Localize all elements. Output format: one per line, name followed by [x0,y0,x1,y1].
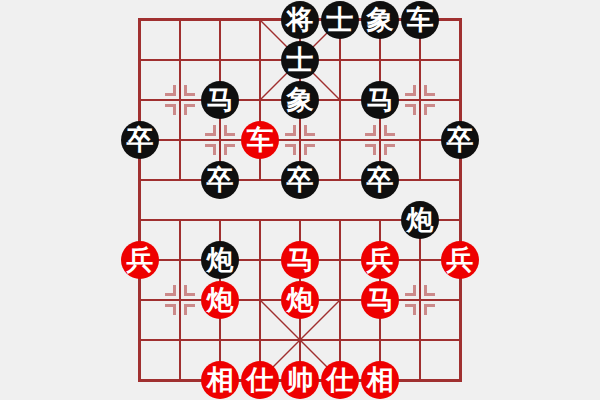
marker-bracket [184,104,195,115]
piece-red-horse[interactable]: 马 [361,281,399,319]
piece-red-horse[interactable]: 马 [281,241,319,279]
piece-red-soldier[interactable]: 兵 [361,241,399,279]
piece-red-cannon[interactable]: 炮 [201,281,239,319]
piece-black-cannon[interactable]: 炮 [201,241,239,279]
piece-red-advisor[interactable]: 仕 [321,361,359,399]
piece-black-soldier[interactable]: 卒 [361,161,399,199]
marker-bracket [304,125,315,136]
piece-black-soldier[interactable]: 卒 [121,121,159,159]
marker-bracket [424,104,435,115]
piece-black-elephant[interactable]: 象 [361,1,399,39]
marker-bracket [405,304,416,315]
piece-black-chariot[interactable]: 车 [401,1,439,39]
piece-red-soldier[interactable]: 兵 [121,241,159,279]
marker-bracket [424,85,435,96]
marker-bracket [165,304,176,315]
marker-bracket [365,144,376,155]
marker-bracket [365,125,376,136]
marker-bracket [165,85,176,96]
marker-bracket [424,285,435,296]
piece-red-general[interactable]: 帅 [281,361,319,399]
piece-black-advisor[interactable]: 士 [281,41,319,79]
marker-bracket [285,125,296,136]
piece-red-soldier[interactable]: 兵 [441,241,479,279]
marker-bracket [165,285,176,296]
marker-bracket [405,285,416,296]
marker-bracket [384,125,395,136]
marker-bracket [184,85,195,96]
piece-black-general[interactable]: 将 [281,1,319,39]
marker-bracket [384,144,395,155]
piece-black-advisor[interactable]: 士 [321,1,359,39]
marker-bracket [205,144,216,155]
piece-red-elephant[interactable]: 相 [361,361,399,399]
piece-red-advisor[interactable]: 仕 [241,361,279,399]
marker-bracket [405,104,416,115]
xiangqi-board: 将士象车士马象马卒车卒卒卒卒炮兵炮马兵兵炮炮马相仕帅仕相 [0,0,600,400]
marker-bracket [205,125,216,136]
marker-bracket [424,304,435,315]
piece-black-horse[interactable]: 马 [201,81,239,119]
piece-black-cannon[interactable]: 炮 [401,201,439,239]
piece-red-chariot[interactable]: 车 [241,121,279,159]
piece-black-soldier[interactable]: 卒 [201,161,239,199]
marker-bracket [224,125,235,136]
piece-black-elephant[interactable]: 象 [281,81,319,119]
marker-bracket [304,144,315,155]
piece-red-elephant[interactable]: 相 [201,361,239,399]
marker-bracket [224,144,235,155]
piece-red-cannon[interactable]: 炮 [281,281,319,319]
piece-black-soldier[interactable]: 卒 [281,161,319,199]
marker-bracket [285,144,296,155]
piece-black-horse[interactable]: 马 [361,81,399,119]
marker-bracket [165,104,176,115]
marker-bracket [405,85,416,96]
marker-bracket [184,285,195,296]
marker-bracket [184,304,195,315]
piece-black-soldier[interactable]: 卒 [441,121,479,159]
